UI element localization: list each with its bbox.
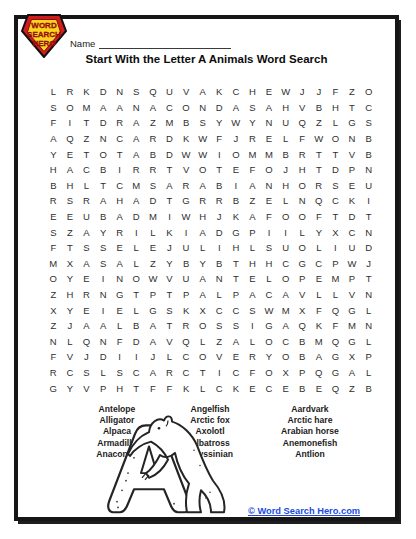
word-search-hero-logo: WORD SEARCH HERO xyxy=(20,12,68,58)
grid-cell-r13c10: A xyxy=(194,271,211,287)
grid-cell-r15c4: I xyxy=(95,302,112,318)
grid-cell-r7c6: M xyxy=(128,178,145,194)
grid-cell-r7c17: R xyxy=(311,178,328,194)
grid-cell-r16c1: Z xyxy=(45,318,62,334)
grid-cell-r14c13: A xyxy=(244,287,261,303)
grid-cell-r9c3: U xyxy=(78,209,95,225)
grid-cell-r17c3: Q xyxy=(78,334,95,350)
grid-cell-r13c3: E xyxy=(78,271,95,287)
grid-cell-r8c11: R xyxy=(211,193,228,209)
grid-cell-r13c20: T xyxy=(360,271,377,287)
grid-cell-r5c2: E xyxy=(62,146,79,162)
grid-cell-r10c15: I xyxy=(277,224,294,240)
grid-cell-r8c10: R xyxy=(194,193,211,209)
grid-cell-r4c8: D xyxy=(161,131,178,147)
grid-cell-r16c9: R xyxy=(178,318,195,334)
grid-cell-r8c1: R xyxy=(45,193,62,209)
grid-cell-r17c18: Q xyxy=(327,334,344,350)
grid-cell-r6c7: R xyxy=(145,162,162,178)
grid-cell-r2c1: S xyxy=(45,100,62,116)
grid-cell-r1c19: Z xyxy=(344,84,361,100)
grid-cell-r13c19: P xyxy=(344,271,361,287)
grid-cell-r10c16: L xyxy=(294,224,311,240)
grid-cell-r6c5: I xyxy=(111,162,128,178)
aardvark-letter-a-illustration xyxy=(102,412,254,517)
grid-cell-r15c8: S xyxy=(161,302,178,318)
grid-cell-r15c13: S xyxy=(244,302,261,318)
grid-cell-r18c4: D xyxy=(95,349,112,365)
grid-cell-r19c2: C xyxy=(62,365,79,381)
grid-cell-r7c15: H xyxy=(277,178,294,194)
grid-cell-r4c3: Z xyxy=(78,131,95,147)
grid-cell-r2c6: N xyxy=(128,100,145,116)
grid-cell-r12c9: B xyxy=(178,256,195,272)
grid-cell-r8c14: E xyxy=(261,193,278,209)
grid-cell-r13c16: P xyxy=(294,271,311,287)
grid-cell-r2c16: V xyxy=(294,100,311,116)
grid-cell-r4c19: N xyxy=(344,131,361,147)
grid-cell-r3c3: T xyxy=(78,115,95,131)
grid-cell-r11c6: L xyxy=(128,240,145,256)
grid-cell-r16c11: S xyxy=(211,318,228,334)
grid-cell-r7c10: A xyxy=(194,178,211,194)
grid-cell-r2c7: A xyxy=(145,100,162,116)
grid-cell-r5c12: O xyxy=(228,146,245,162)
grid-cell-r16c10: O xyxy=(194,318,211,334)
grid-cell-r19c17: Q xyxy=(311,365,328,381)
grid-cell-r2c12: A xyxy=(228,100,245,116)
grid-cell-r10c18: X xyxy=(327,224,344,240)
grid-cell-r5c16: R xyxy=(294,146,311,162)
grid-cell-r17c2: L xyxy=(62,334,79,350)
grid-cell-r2c5: A xyxy=(111,100,128,116)
grid-cell-r14c5: G xyxy=(111,287,128,303)
grid-cell-r20c17: E xyxy=(311,380,328,396)
grid-cell-r17c19: G xyxy=(344,334,361,350)
grid-cell-r18c18: G xyxy=(327,349,344,365)
grid-cell-r16c3: A xyxy=(78,318,95,334)
grid-cell-r3c16: Q xyxy=(294,115,311,131)
grid-cell-r9c13: A xyxy=(244,209,261,225)
grid-cell-r17c5: F xyxy=(111,334,128,350)
grid-cell-r4c13: R xyxy=(244,131,261,147)
grid-cell-r17c17: M xyxy=(311,334,328,350)
grid-cell-r3c13: Y xyxy=(244,115,261,131)
grid-cell-r19c1: R xyxy=(45,365,62,381)
grid-cell-r2c3: M xyxy=(78,100,95,116)
grid-cell-r12c7: Z xyxy=(145,256,162,272)
grid-cell-r1c12: C xyxy=(228,84,245,100)
grid-cell-r7c12: I xyxy=(228,178,245,194)
word-item: Arabian horse xyxy=(260,426,360,437)
grid-cell-r15c12: C xyxy=(228,302,245,318)
grid-cell-r14c20: N xyxy=(360,287,377,303)
grid-cell-r7c1: B xyxy=(45,178,62,194)
grid-cell-r11c4: S xyxy=(95,240,112,256)
grid-cell-r2c2: O xyxy=(62,100,79,116)
grid-cell-r6c18: D xyxy=(327,162,344,178)
grid-cell-r13c1: O xyxy=(45,271,62,287)
grid-cell-r10c5: R xyxy=(111,224,128,240)
grid-cell-r18c10: O xyxy=(194,349,211,365)
grid-cell-r5c6: A xyxy=(128,146,145,162)
grid-cell-r1c11: K xyxy=(211,84,228,100)
grid-cell-r8c3: R xyxy=(78,193,95,209)
grid-cell-r6c14: O xyxy=(261,162,278,178)
grid-cell-r20c5: H xyxy=(111,380,128,396)
grid-cell-r19c15: X xyxy=(277,365,294,381)
grid-cell-r13c7: W xyxy=(145,271,162,287)
grid-cell-r15c15: M xyxy=(277,302,294,318)
grid-cell-r10c1: S xyxy=(45,224,62,240)
grid-cell-r17c1: N xyxy=(45,334,62,350)
grid-cell-r9c18: T xyxy=(327,209,344,225)
grid-cell-r8c17: Q xyxy=(311,193,328,209)
grid-cell-r7c20: U xyxy=(360,178,377,194)
grid-cell-r14c12: P xyxy=(228,287,245,303)
grid-cell-r1c1: L xyxy=(45,84,62,100)
grid-cell-r3c11: Y xyxy=(211,115,228,131)
grid-cell-r2c4: A xyxy=(95,100,112,116)
grid-cell-r14c8: T xyxy=(161,287,178,303)
grid-cell-r6c19: P xyxy=(344,162,361,178)
grid-cell-r7c2: H xyxy=(62,178,79,194)
grid-cell-r18c14: Y xyxy=(261,349,278,365)
grid-cell-r20c10: L xyxy=(194,380,211,396)
grid-cell-r4c12: J xyxy=(228,131,245,147)
grid-cell-r15c7: G xyxy=(145,302,162,318)
grid-cell-r11c14: S xyxy=(261,240,278,256)
grid-cell-r15c10: X xyxy=(194,302,211,318)
grid-cell-r19c18: G xyxy=(327,365,344,381)
grid-cell-r10c9: I xyxy=(178,224,195,240)
grid-cell-r9c1: E xyxy=(45,209,62,225)
grid-cell-r7c18: S xyxy=(327,178,344,194)
grid-cell-r1c13: H xyxy=(244,84,261,100)
grid-cell-r8c7: D xyxy=(145,193,162,209)
grid-cell-r12c19: W xyxy=(344,256,361,272)
shield-logo-icon: WORD SEARCH HERO xyxy=(20,12,68,58)
grid-cell-r20c2: Y xyxy=(62,380,79,396)
grid-cell-r7c13: A xyxy=(244,178,261,194)
grid-cell-r18c19: X xyxy=(344,349,361,365)
grid-cell-r5c3: T xyxy=(78,146,95,162)
grid-cell-r1c6: S xyxy=(128,84,145,100)
grid-cell-r7c7: S xyxy=(145,178,162,194)
grid-cell-r11c7: E xyxy=(145,240,162,256)
grid-cell-r5c10: W xyxy=(194,146,211,162)
grid-cell-r7c19: E xyxy=(344,178,361,194)
grid-cell-r17c10: L xyxy=(194,334,211,350)
grid-cell-r15c11: C xyxy=(211,302,228,318)
grid-cell-r3c6: A xyxy=(128,115,145,131)
grid-cell-r14c17: L xyxy=(311,287,328,303)
grid-cell-r4c14: E xyxy=(261,131,278,147)
grid-cell-r20c8: F xyxy=(161,380,178,396)
word-item: Antlion xyxy=(260,449,360,460)
grid-cell-r14c3: R xyxy=(78,287,95,303)
grid-cell-r16c14: G xyxy=(261,318,278,334)
grid-cell-r15c1: X xyxy=(45,302,62,318)
grid-cell-r6c8: T xyxy=(161,162,178,178)
grid-cell-r6c2: A xyxy=(62,162,79,178)
grid-cell-r12c3: A xyxy=(78,256,95,272)
name-row: Name xyxy=(70,37,231,49)
grid-cell-r16c8: T xyxy=(161,318,178,334)
grid-cell-r10c20: N xyxy=(360,224,377,240)
grid-cell-r6c9: V xyxy=(178,162,195,178)
grid-cell-r14c7: P xyxy=(145,287,162,303)
grid-cell-r20c1: G xyxy=(45,380,62,396)
grid-cell-r9c16: O xyxy=(294,209,311,225)
grid-cell-r20c3: V xyxy=(78,380,95,396)
grid-cell-r16c7: A xyxy=(145,318,162,334)
grid-cell-r7c11: B xyxy=(211,178,228,194)
grid-cell-r10c8: K xyxy=(161,224,178,240)
grid-cell-r1c10: A xyxy=(194,84,211,100)
grid-cell-r12c2: X xyxy=(62,256,79,272)
grid-cell-r9c5: A xyxy=(111,209,128,225)
svg-text:WORD: WORD xyxy=(31,21,57,30)
grid-cell-r18c11: V xyxy=(211,349,228,365)
grid-cell-r9c10: H xyxy=(194,209,211,225)
grid-cell-r3c18: L xyxy=(327,115,344,131)
grid-cell-r8c20: I xyxy=(360,193,377,209)
grid-cell-r19c4: L xyxy=(95,365,112,381)
grid-cell-r6c13: F xyxy=(244,162,261,178)
grid-cell-r3c4: D xyxy=(95,115,112,131)
grid-cell-r18c8: L xyxy=(161,349,178,365)
grid-cell-r10c17: Y xyxy=(311,224,328,240)
grid-cell-r8c2: S xyxy=(62,193,79,209)
grid-cell-r4c17: W xyxy=(311,131,328,147)
grid-cell-r12c1: M xyxy=(45,256,62,272)
grid-cell-r19c9: C xyxy=(178,365,195,381)
grid-cell-r14c14: C xyxy=(261,287,278,303)
grid-cell-r2c20: C xyxy=(360,100,377,116)
grid-cell-r5c20: B xyxy=(360,146,377,162)
grid-cell-r1c15: W xyxy=(277,84,294,100)
grid-cell-r17c6: D xyxy=(128,334,145,350)
grid-cell-r20c20: B xyxy=(360,380,377,396)
grid-cell-r16c19: M xyxy=(344,318,361,334)
grid-cell-r3c15: U xyxy=(277,115,294,131)
grid-cell-r20c6: T xyxy=(128,380,145,396)
grid-cell-r16c4: A xyxy=(95,318,112,334)
grid-cell-r9c7: M xyxy=(145,209,162,225)
grid-cell-r11c12: H xyxy=(228,240,245,256)
grid-cell-r17c4: N xyxy=(95,334,112,350)
grid-cell-r17c7: A xyxy=(145,334,162,350)
grid-cell-r19c6: C xyxy=(128,365,145,381)
grid-cell-r9c2: E xyxy=(62,209,79,225)
grid-cell-r4c10: W xyxy=(194,131,211,147)
grid-cell-r17c12: A xyxy=(228,334,245,350)
grid-cell-r8c8: T xyxy=(161,193,178,209)
grid-cell-r20c11: C xyxy=(211,380,228,396)
grid-cell-r5c13: M xyxy=(244,146,261,162)
grid-cell-r16c16: Q xyxy=(294,318,311,334)
grid-cell-r1c7: Q xyxy=(145,84,162,100)
grid-cell-r1c17: J xyxy=(311,84,328,100)
grid-cell-r13c4: I xyxy=(95,271,112,287)
grid-cell-r13c12: T xyxy=(228,271,245,287)
grid-cell-r15c20: L xyxy=(360,302,377,318)
grid-cell-r11c9: U xyxy=(178,240,195,256)
grid-cell-r13c8: V xyxy=(161,271,178,287)
grid-cell-r6c15: J xyxy=(277,162,294,178)
word-item: Aardvark xyxy=(260,404,360,415)
grid-cell-r20c12: K xyxy=(228,380,245,396)
grid-cell-r20c13: E xyxy=(244,380,261,396)
grid-cell-r2c8: C xyxy=(161,100,178,116)
grid-cell-r20c9: K xyxy=(178,380,195,396)
grid-cell-r2c15: H xyxy=(277,100,294,116)
grid-cell-r10c10: A xyxy=(194,224,211,240)
grid-cell-r10c14: I xyxy=(261,224,278,240)
grid-cell-r7c14: N xyxy=(261,178,278,194)
grid-cell-r14c6: T xyxy=(128,287,145,303)
grid-cell-r5c14: M xyxy=(261,146,278,162)
grid-cell-r18c6: I xyxy=(128,349,145,365)
grid-cell-r16c2: J xyxy=(62,318,79,334)
grid-cell-r19c14: O xyxy=(261,365,278,381)
grid-cell-r9c9: W xyxy=(178,209,195,225)
grid-cell-r11c18: I xyxy=(327,240,344,256)
grid-cell-r12c10: Y xyxy=(194,256,211,272)
grid-cell-r19c20: L xyxy=(360,365,377,381)
grid-cell-r19c16: P xyxy=(294,365,311,381)
grid-cell-r11c15: U xyxy=(277,240,294,256)
grid-cell-r6c16: H xyxy=(294,162,311,178)
grid-cell-r13c13: E xyxy=(244,271,261,287)
grid-cell-r15c5: E xyxy=(111,302,128,318)
grid-cell-r3c14: N xyxy=(261,115,278,131)
grid-cell-r14c4: N xyxy=(95,287,112,303)
grid-cell-r5c9: W xyxy=(178,146,195,162)
grid-cell-r10c2: Z xyxy=(62,224,79,240)
grid-cell-r9c6: D xyxy=(128,209,145,225)
grid-cell-r11c10: L xyxy=(194,240,211,256)
grid-cell-r2c10: N xyxy=(194,100,211,116)
grid-cell-r18c9: C xyxy=(178,349,195,365)
grid-cell-r13c17: E xyxy=(311,271,328,287)
grid-cell-r5c7: B xyxy=(145,146,162,162)
grid-cell-r17c20: L xyxy=(360,334,377,350)
grid-cell-r19c10: T xyxy=(194,365,211,381)
grid-cell-r12c5: A xyxy=(111,256,128,272)
grid-cell-r18c1: F xyxy=(45,349,62,365)
grid-cell-r8c19: K xyxy=(344,193,361,209)
grid-cell-r5c15: B xyxy=(277,146,294,162)
grid-cell-r11c13: L xyxy=(244,240,261,256)
grid-cell-r13c2: Y xyxy=(62,271,79,287)
grid-cell-r8c5: H xyxy=(111,193,128,209)
grid-cell-r4c9: K xyxy=(178,131,195,147)
grid-cell-r12c4: S xyxy=(95,256,112,272)
grid-cell-r15c6: L xyxy=(128,302,145,318)
grid-cell-r2c9: O xyxy=(178,100,195,116)
grid-cell-r19c7: A xyxy=(145,365,162,381)
grid-cell-r11c2: T xyxy=(62,240,79,256)
grid-cell-r4c15: L xyxy=(277,131,294,147)
grid-cell-r7c4: T xyxy=(95,178,112,194)
grid-cell-r11c1: F xyxy=(45,240,62,256)
grid-cell-r11c8: J xyxy=(161,240,178,256)
grid-cell-r12c13: H xyxy=(244,256,261,272)
grid-cell-r3c5: R xyxy=(111,115,128,131)
grid-cell-r15c14: W xyxy=(261,302,278,318)
grid-cell-r20c19: Z xyxy=(344,380,361,396)
svg-text:SEARCH: SEARCH xyxy=(27,30,61,39)
grid-cell-r6c3: C xyxy=(78,162,95,178)
grid-cell-r5c8: D xyxy=(161,146,178,162)
grid-cell-r5c17: T xyxy=(311,146,328,162)
grid-cell-r3c19: G xyxy=(344,115,361,131)
grid-cell-r16c17: K xyxy=(311,318,328,334)
word-search-hero-link[interactable]: © Word Search Hero.com xyxy=(248,506,360,516)
grid-cell-r9c4: B xyxy=(95,209,112,225)
grid-cell-r2c19: T xyxy=(344,100,361,116)
grid-cell-r1c14: E xyxy=(261,84,278,100)
grid-cell-r8c12: B xyxy=(228,193,245,209)
grid-cell-r13c9: U xyxy=(178,271,195,287)
grid-cell-r12c17: C xyxy=(311,256,328,272)
grid-cell-r20c7: F xyxy=(145,380,162,396)
grid-cell-r17c15: C xyxy=(277,334,294,350)
grid-cell-r16c6: B xyxy=(128,318,145,334)
grid-cell-r6c10: O xyxy=(194,162,211,178)
grid-cell-r3c20: S xyxy=(360,115,377,131)
grid-cell-r19c13: F xyxy=(244,365,261,381)
grid-cell-r17c13: L xyxy=(244,334,261,350)
svg-text:HERO: HERO xyxy=(32,39,55,48)
grid-cell-r6c4: B xyxy=(95,162,112,178)
grid-cell-r12c8: Y xyxy=(161,256,178,272)
grid-cell-r6c6: R xyxy=(128,162,145,178)
grid-cell-r1c2: R xyxy=(62,84,79,100)
grid-cell-r1c8: U xyxy=(161,84,178,100)
grid-cell-r9c8: I xyxy=(161,209,178,225)
grid-cell-r8c9: G xyxy=(178,193,195,209)
grid-cell-r4c16: F xyxy=(294,131,311,147)
grid-cell-r3c9: B xyxy=(178,115,195,131)
grid-cell-r9c11: J xyxy=(211,209,228,225)
grid-cell-r18c5: I xyxy=(111,349,128,365)
grid-cell-r8c16: N xyxy=(294,193,311,209)
word-item: Anemonefish xyxy=(260,438,360,449)
grid-cell-r8c6: A xyxy=(128,193,145,209)
grid-cell-r4c11: F xyxy=(211,131,228,147)
letter-grid: LRKDNSQUVAKCHEWJJFZOSOMAANACONDASAHVBHTC… xyxy=(45,84,377,396)
grid-cell-r10c13: P xyxy=(244,224,261,240)
grid-cell-r19c8: R xyxy=(161,365,178,381)
grid-cell-r9c15: O xyxy=(277,209,294,225)
grid-cell-r6c11: T xyxy=(211,162,228,178)
grid-cell-r14c11: L xyxy=(211,287,228,303)
grid-cell-r4c7: R xyxy=(145,131,162,147)
grid-cell-r5c1: Y xyxy=(45,146,62,162)
grid-cell-r13c5: N xyxy=(111,271,128,287)
grid-cell-r3c12: W xyxy=(228,115,245,131)
grid-cell-r11c16: O xyxy=(294,240,311,256)
name-blank-line xyxy=(99,37,231,49)
grid-cell-r13c6: O xyxy=(128,271,145,287)
grid-cell-r16c5: L xyxy=(111,318,128,334)
grid-cell-r2c11: D xyxy=(211,100,228,116)
grid-cell-r3c10: S xyxy=(194,115,211,131)
grid-cell-r3c1: F xyxy=(45,115,62,131)
